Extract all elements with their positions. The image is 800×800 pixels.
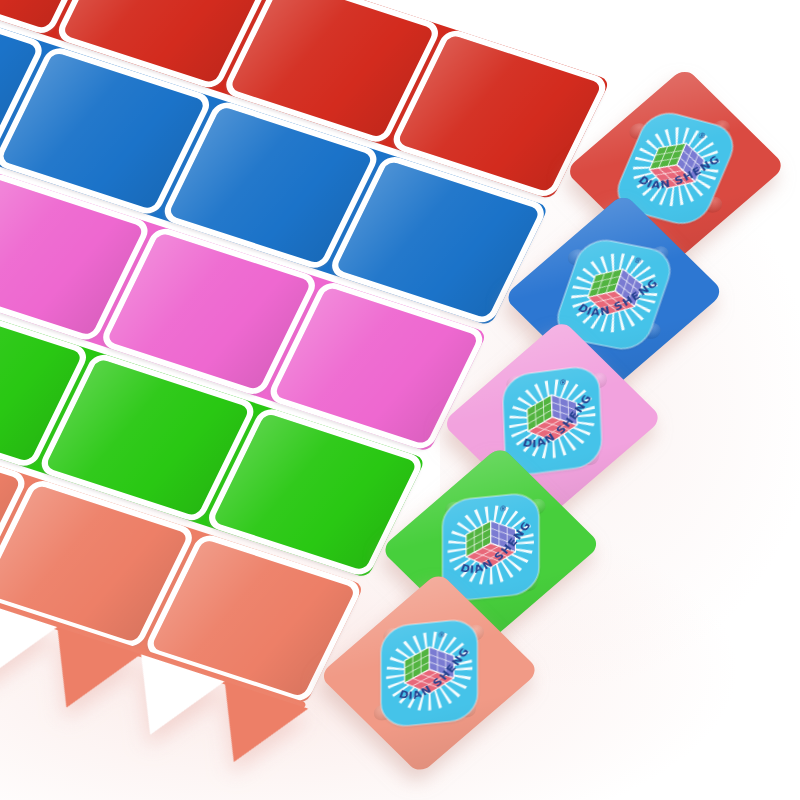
mold-dimple — [370, 701, 395, 724]
brand-name: DIAN SHENG — [574, 264, 663, 329]
starburst-icon — [576, 259, 654, 326]
mold-dimple — [516, 572, 541, 595]
mold-dimple — [455, 698, 480, 721]
mold-dimple — [639, 320, 664, 343]
registered-mark: ® — [633, 256, 644, 266]
registered-mark: ® — [499, 504, 507, 513]
mold-dimple — [578, 446, 603, 469]
starburst-icon — [460, 514, 522, 576]
cube-logo-icon — [527, 392, 578, 445]
mold-dimple — [647, 243, 672, 266]
starburst-icon — [398, 640, 460, 702]
registered-mark: ® — [559, 378, 568, 388]
starburst-icon — [520, 387, 584, 451]
cube-logo-icon — [466, 518, 515, 570]
brand-name: DIAN SHENG — [459, 518, 534, 577]
mold-dimple — [586, 369, 611, 392]
mold-dimple — [524, 495, 549, 518]
diansheng-logo-sticker: ®DIAN SHENG — [378, 616, 481, 731]
mold-dimple — [503, 372, 528, 395]
starburst-icon — [636, 132, 716, 202]
cube-logo-icon — [405, 645, 454, 697]
sticker-wrap: ®DIAN SHENG — [378, 616, 481, 731]
mold-dimple — [463, 621, 488, 644]
product-photo: ®DIAN SHENG®DIAN SHENG®DIAN SHENG®DIAN S… — [0, 0, 800, 800]
brand-name: DIAN SHENG — [519, 391, 596, 452]
cube-logo-icon — [583, 264, 646, 319]
brand-name: DIAN SHENG — [634, 137, 725, 206]
registered-mark: ® — [437, 630, 445, 639]
snake-stack: ®DIAN SHENG®DIAN SHENG®DIAN SHENG®DIAN S… — [0, 0, 800, 800]
mold-dimple — [441, 498, 466, 521]
mold-dimple — [564, 246, 589, 269]
mold-dimple — [701, 193, 726, 216]
cube-logo-icon — [644, 137, 709, 194]
mold-dimple — [626, 120, 651, 143]
brand-name: DIAN SHENG — [397, 644, 472, 703]
registered-mark: ® — [696, 131, 707, 141]
mold-dimple — [709, 117, 734, 140]
mold-dimple — [380, 624, 405, 647]
